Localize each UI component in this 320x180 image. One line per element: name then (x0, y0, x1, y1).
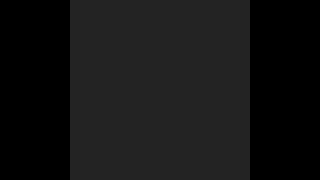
coord-file-e-top (160, 0, 180, 10)
coord-file-d-top (140, 0, 160, 10)
coord-rank-1-right (240, 150, 250, 170)
rank-coordinates-right (240, 10, 250, 170)
video-frame-stage (0, 0, 320, 180)
coord-rank-8-left (70, 10, 80, 30)
coord-rank-1-left (70, 150, 80, 170)
file-coordinates-bottom (80, 170, 240, 180)
letterbox-left (0, 0, 70, 180)
coord-file-f-bottom (180, 170, 200, 180)
coord-file-a-bottom (80, 170, 100, 180)
coord-file-g-top (200, 0, 220, 10)
coord-rank-5-right (240, 70, 250, 90)
coord-rank-8-right (240, 10, 250, 30)
coord-file-b-bottom (100, 170, 120, 180)
coord-file-f-top (180, 0, 200, 10)
coord-rank-3-right (240, 110, 250, 130)
chess-board (80, 10, 240, 170)
coord-rank-4-right (240, 90, 250, 110)
coord-rank-5-left (70, 70, 80, 90)
coord-file-h-bottom (220, 170, 240, 180)
coord-file-d-bottom (140, 170, 160, 180)
coord-rank-3-left (70, 110, 80, 130)
coord-file-c-bottom (120, 170, 140, 180)
coord-rank-6-left (70, 50, 80, 70)
file-coordinates-top (80, 0, 240, 10)
coord-rank-7-left (70, 30, 80, 50)
coord-file-h-top (220, 0, 240, 10)
coord-rank-7-right (240, 30, 250, 50)
coord-file-c-top (120, 0, 140, 10)
letterbox-right (250, 0, 320, 180)
coord-rank-4-left (70, 90, 80, 110)
coord-file-e-bottom (160, 170, 180, 180)
coord-file-b-top (100, 0, 120, 10)
coord-rank-6-right (240, 50, 250, 70)
chess-board-frame (70, 0, 250, 180)
rank-coordinates-left (70, 10, 80, 170)
coord-file-g-bottom (200, 170, 220, 180)
coord-rank-2-left (70, 130, 80, 150)
coord-rank-2-right (240, 130, 250, 150)
coord-file-a-top (80, 0, 100, 10)
